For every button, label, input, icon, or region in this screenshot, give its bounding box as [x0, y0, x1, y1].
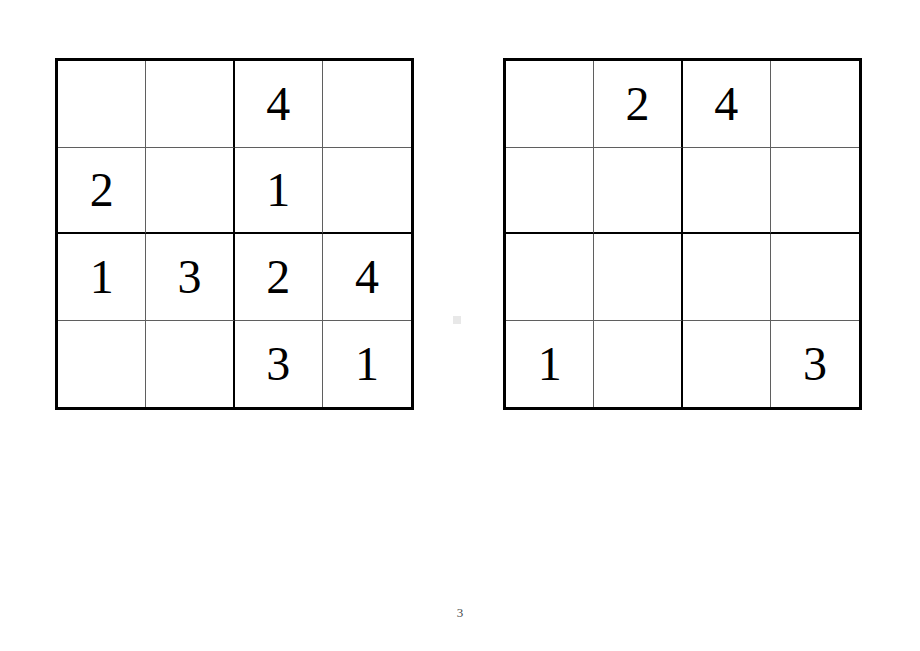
sudoku-cell-right-r1c1 — [506, 61, 594, 148]
sudoku-cell-right-r4c1: 1 — [506, 321, 594, 408]
sudoku-cell-right-r1c2: 2 — [594, 61, 682, 148]
sudoku-cell-left-r2c2 — [146, 148, 234, 235]
sudoku-cell-left-r3c2: 3 — [146, 234, 234, 321]
sudoku-cell-right-r3c3 — [683, 234, 771, 321]
sudoku-cell-right-r4c4: 3 — [771, 321, 859, 408]
sudoku-cell-left-r4c3: 3 — [235, 321, 323, 408]
sudoku-cell-right-r4c2 — [594, 321, 682, 408]
sudoku-cell-left-r4c1 — [58, 321, 146, 408]
sudoku-cell-right-r2c3 — [683, 148, 771, 235]
sudoku-cell-left-r1c4 — [323, 61, 411, 148]
page-number: 3 — [0, 605, 920, 621]
sudoku-cell-left-r1c1 — [58, 61, 146, 148]
sudoku-cell-right-r3c2 — [594, 234, 682, 321]
sudoku-cell-left-r1c2 — [146, 61, 234, 148]
sudoku-cell-right-r2c2 — [594, 148, 682, 235]
sudoku-cell-left-r2c4 — [323, 148, 411, 235]
sudoku-cell-right-r1c4 — [771, 61, 859, 148]
sudoku-cell-left-r4c4: 1 — [323, 321, 411, 408]
sudoku-cell-right-r2c4 — [771, 148, 859, 235]
sudoku-cell-right-r3c4 — [771, 234, 859, 321]
sudoku-cell-right-r4c3 — [683, 321, 771, 408]
gray-marker-square — [453, 316, 461, 324]
sudoku-cell-right-r2c1 — [506, 148, 594, 235]
sudoku-cell-left-r1c3: 4 — [235, 61, 323, 148]
worksheet-page: 421132431 2413 3 — [0, 0, 920, 651]
sudoku-cell-left-r3c3: 2 — [235, 234, 323, 321]
sudoku-cell-left-r4c2 — [146, 321, 234, 408]
sudoku-cell-right-r1c3: 4 — [683, 61, 771, 148]
sudoku-cell-left-r2c3: 1 — [235, 148, 323, 235]
sudoku-cell-right-r3c1 — [506, 234, 594, 321]
sudoku-cell-left-r3c1: 1 — [58, 234, 146, 321]
sudoku-cell-left-r2c1: 2 — [58, 148, 146, 235]
sudoku-board-left: 421132431 — [55, 58, 414, 410]
sudoku-cell-left-r3c4: 4 — [323, 234, 411, 321]
sudoku-board-right: 2413 — [503, 58, 862, 410]
